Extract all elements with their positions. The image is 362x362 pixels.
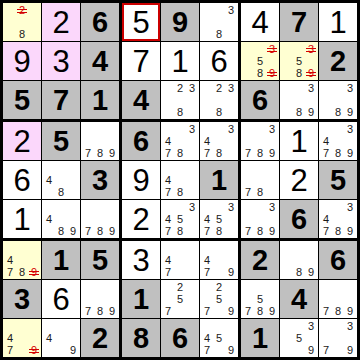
- cell-r5c2[interactable]: 48: [42, 161, 80, 199]
- solved-digit: 2: [132, 204, 149, 235]
- candidate: 4: [162, 174, 174, 186]
- given-digit: 2: [252, 246, 268, 275]
- candidate: 5: [293, 55, 305, 67]
- cell-r1c2[interactable]: 2: [42, 3, 80, 41]
- candidate: 7: [201, 305, 213, 317]
- cell-r9c2[interactable]: 49: [42, 319, 80, 357]
- candidate: 9: [305, 344, 317, 356]
- candidate: 9: [344, 147, 356, 159]
- cell-r4c1[interactable]: 2: [3, 122, 41, 160]
- candidate: 9: [344, 225, 356, 237]
- pencil-marks: 5789: [242, 281, 278, 317]
- candidate: 7: [242, 147, 254, 159]
- pencil-marks: 48: [43, 162, 79, 198]
- candidate: 9: [225, 344, 237, 356]
- pencil-marks: 479: [4, 320, 40, 356]
- eliminated-candidate: 3: [266, 43, 278, 55]
- cell-r8c6[interactable]: 2579: [200, 280, 238, 318]
- candidate: 7: [320, 344, 332, 356]
- solved-digit: 1: [171, 46, 188, 77]
- pencil-marks: 2579: [201, 281, 237, 317]
- cell-r5c5[interactable]: 478: [161, 161, 199, 199]
- candidate: 8: [94, 225, 106, 237]
- candidate: 5: [254, 293, 266, 305]
- candidate: 8: [94, 147, 106, 159]
- cell-r7c1[interactable]: 4789: [3, 241, 41, 279]
- given-digit: 8: [133, 324, 149, 353]
- cell-r6c7[interactable]: 3789: [241, 200, 279, 238]
- candidate: 4: [162, 254, 174, 266]
- candidate: 3: [344, 201, 356, 213]
- candidate: 7: [162, 225, 174, 237]
- candidate: 4: [43, 174, 55, 186]
- sudoku-box-7: 47891536789479492: [3, 241, 119, 357]
- candidate: 9: [266, 147, 278, 159]
- given-digit: 6: [133, 127, 149, 156]
- cell-r3c6[interactable]: 238: [200, 81, 238, 119]
- cell-r7c7[interactable]: 2: [241, 241, 279, 279]
- cell-r3c3[interactable]: 1: [81, 81, 119, 119]
- candidate: 3: [225, 4, 237, 16]
- pencil-marks: 789: [82, 123, 118, 159]
- cell-r3c7[interactable]: 6: [241, 81, 279, 119]
- pencil-marks: 34789: [320, 201, 356, 237]
- cell-r6c5[interactable]: 34578: [161, 200, 199, 238]
- candidate: 8: [174, 106, 186, 118]
- candidate: 7: [4, 344, 16, 356]
- cell-r9c4[interactable]: 8: [122, 319, 160, 357]
- cell-r1c6[interactable]: 38: [200, 3, 238, 41]
- pencil-marks: 389: [320, 82, 356, 118]
- candidate: 8: [254, 67, 266, 79]
- candidate: 9: [305, 106, 317, 118]
- pencil-marks: 3789: [242, 201, 278, 237]
- candidate: 9: [106, 305, 118, 317]
- solved-digit: 1: [329, 7, 346, 38]
- candidate: 8: [332, 305, 344, 317]
- cell-r7c9[interactable]: 6: [319, 241, 357, 279]
- sudoku-box-4: 2578964831489789: [3, 122, 119, 238]
- candidate: 4: [201, 332, 213, 344]
- candidate: 8: [332, 147, 344, 159]
- candidate: 5: [174, 213, 186, 225]
- eliminated-candidate: 9: [28, 266, 40, 278]
- cell-r7c2[interactable]: 1: [42, 241, 80, 279]
- candidate: 3: [186, 82, 198, 94]
- cell-r5c7[interactable]: 78: [241, 161, 279, 199]
- candidate: 3: [305, 320, 317, 332]
- candidate: 3: [225, 123, 237, 135]
- candidate: 7: [320, 225, 332, 237]
- candidate: 7: [162, 266, 174, 278]
- sudoku-board: 2826934571593871642382384713589358926389…: [0, 0, 360, 360]
- given-digit: 6: [330, 246, 346, 275]
- cell-r1c5[interactable]: 9: [161, 3, 199, 41]
- candidate: 9: [305, 266, 317, 278]
- cell-r3c8[interactable]: 389: [280, 81, 318, 119]
- sudoku-box-9: 2896578947891359379: [241, 241, 357, 357]
- cell-r2c7[interactable]: 3589: [241, 42, 279, 80]
- candidate: 4: [320, 135, 332, 147]
- candidate: 7: [242, 225, 254, 237]
- cell-r8c2[interactable]: 6: [42, 280, 80, 318]
- candidate: 9: [225, 305, 237, 317]
- cell-r9c8[interactable]: 359: [280, 319, 318, 357]
- pencil-marks: 389: [281, 82, 317, 118]
- given-digit: 1: [252, 324, 268, 353]
- candidate: 7: [82, 225, 94, 237]
- sudoku-box-6: 378913478978253789634789: [241, 122, 357, 238]
- cell-r2c9[interactable]: 2: [319, 42, 357, 80]
- given-digit: 5: [53, 127, 69, 156]
- solved-digit: 9: [13, 46, 30, 77]
- cell-r8c7[interactable]: 5789: [241, 280, 279, 318]
- given-digit: 5: [14, 86, 30, 115]
- cell-r2c6[interactable]: 6: [200, 42, 238, 80]
- pencil-marks: 379: [320, 320, 356, 356]
- candidate: 9: [106, 147, 118, 159]
- candidate: 7: [162, 305, 174, 317]
- candidate: 3: [225, 82, 237, 94]
- cell-r1c1[interactable]: 28: [3, 3, 41, 41]
- cell-r3c1[interactable]: 5: [3, 81, 41, 119]
- candidate: 4: [4, 332, 16, 344]
- pencil-marks: 3478: [201, 123, 237, 159]
- pencil-marks: 34789: [320, 123, 356, 159]
- pencil-marks: 238: [201, 82, 237, 118]
- solved-digit: 9: [132, 165, 149, 196]
- cell-r9c3[interactable]: 2: [81, 319, 119, 357]
- candidate: 7: [242, 186, 254, 198]
- candidate: 4: [320, 213, 332, 225]
- candidate: 7: [320, 305, 332, 317]
- candidate: 2: [213, 82, 225, 94]
- eliminated-candidate: 9: [28, 344, 40, 356]
- given-digit: 6: [252, 86, 268, 115]
- cell-r2c3[interactable]: 4: [81, 42, 119, 80]
- pencil-marks: 89: [281, 242, 317, 278]
- candidate: 7: [82, 305, 94, 317]
- given-digit: 6: [172, 324, 188, 353]
- solved-digit: 6: [13, 165, 30, 196]
- given-digit: 1: [53, 246, 69, 275]
- cell-r5c6[interactable]: 1: [200, 161, 238, 199]
- cell-r4c7[interactable]: 3789: [241, 122, 279, 160]
- candidate: 3: [305, 82, 317, 94]
- cell-r4c8[interactable]: 1: [280, 122, 318, 160]
- pencil-marks: 34578: [201, 201, 237, 237]
- candidate: 8: [16, 266, 28, 278]
- given-digit: 9: [172, 8, 188, 37]
- cell-r4c2[interactable]: 5: [42, 122, 80, 160]
- cell-r7c4[interactable]: 3: [122, 241, 160, 279]
- candidate: 8: [332, 225, 344, 237]
- cell-r1c9[interactable]: 1: [319, 3, 357, 41]
- sudoku-box-2: 59387164238238: [122, 3, 238, 119]
- cell-r2c1[interactable]: 9: [3, 42, 41, 80]
- candidate: 4: [43, 332, 55, 344]
- pencil-marks: 489: [43, 201, 79, 237]
- candidate: 8: [213, 106, 225, 118]
- solved-digit: 2: [290, 165, 307, 196]
- pencil-marks: 3789: [242, 123, 278, 159]
- given-digit: 2: [330, 47, 346, 76]
- pencil-marks: 789: [82, 201, 118, 237]
- given-digit: 5: [92, 246, 108, 275]
- eliminated-candidate: 9: [305, 67, 317, 79]
- pencil-marks: 38: [201, 4, 237, 40]
- candidate: 8: [213, 147, 225, 159]
- cell-r8c4[interactable]: 1: [122, 280, 160, 318]
- pencil-marks: 4789: [4, 242, 40, 278]
- candidate: 3: [225, 201, 237, 213]
- cell-r2c2[interactable]: 3: [42, 42, 80, 80]
- cell-r4c3[interactable]: 789: [81, 122, 119, 160]
- solved-digit: 1: [290, 126, 307, 157]
- candidate: 3: [344, 82, 356, 94]
- cell-r9c7[interactable]: 1: [241, 319, 279, 357]
- candidate: 7: [82, 147, 94, 159]
- cell-r3c9[interactable]: 389: [319, 81, 357, 119]
- sudoku-box-1: 2826934571: [3, 3, 119, 119]
- given-digit: 5: [330, 166, 346, 195]
- given-digit: 7: [53, 86, 69, 115]
- candidate: 2: [174, 82, 186, 94]
- cell-r3c2[interactable]: 7: [42, 81, 80, 119]
- candidate: 9: [344, 305, 356, 317]
- pencil-marks: 359: [281, 320, 317, 356]
- pencil-marks: 78: [242, 162, 278, 198]
- given-digit: 4: [291, 285, 307, 314]
- candidate: 7: [201, 344, 213, 356]
- candidate: 5: [293, 332, 305, 344]
- candidate: 5: [174, 293, 186, 305]
- candidate: 5: [254, 55, 266, 67]
- candidate: 8: [254, 225, 266, 237]
- pencil-marks: 28: [4, 4, 40, 40]
- given-digit: 1: [211, 166, 227, 195]
- candidate: 7: [320, 147, 332, 159]
- cell-r7c3[interactable]: 5: [81, 241, 119, 279]
- pencil-marks: 789: [82, 281, 118, 317]
- candidate: 5: [213, 332, 225, 344]
- cell-r7c5[interactable]: 47: [161, 241, 199, 279]
- cell-r6c4[interactable]: 2: [122, 200, 160, 238]
- solved-digit: 6: [52, 284, 69, 315]
- solved-digit: 6: [210, 46, 227, 77]
- candidate: 9: [106, 225, 118, 237]
- cell-r4c5[interactable]: 3478: [161, 122, 199, 160]
- pencil-marks: 34578: [162, 201, 198, 237]
- candidate: 8: [55, 225, 67, 237]
- candidate: 3: [344, 320, 356, 332]
- pencil-marks: 3589: [242, 43, 278, 79]
- cell-r5c4[interactable]: 9: [122, 161, 160, 199]
- candidate: 8: [55, 186, 67, 198]
- candidate: 8: [293, 67, 305, 79]
- candidate: 7: [162, 147, 174, 159]
- cell-r3c4[interactable]: 4: [122, 81, 160, 119]
- eliminated-candidate: 2: [16, 4, 28, 16]
- solved-digit: 1: [13, 204, 30, 235]
- candidate: 5: [213, 213, 225, 225]
- candidate: 3: [186, 201, 198, 213]
- cell-r4c6[interactable]: 3478: [200, 122, 238, 160]
- cell-r3c5[interactable]: 238: [161, 81, 199, 119]
- candidate: 9: [266, 225, 278, 237]
- cell-r1c3[interactable]: 6: [81, 3, 119, 41]
- solved-digit: 7: [132, 46, 149, 77]
- pencil-marks: 789: [320, 281, 356, 317]
- cell-r7c6[interactable]: 479: [200, 241, 238, 279]
- candidate: 8: [174, 225, 186, 237]
- candidate: 5: [213, 293, 225, 305]
- candidate: 7: [162, 186, 174, 198]
- candidate: 9: [344, 344, 356, 356]
- cell-r1c7[interactable]: 4: [241, 3, 279, 41]
- cell-r9c6[interactable]: 4579: [200, 319, 238, 357]
- candidate: 7: [242, 305, 254, 317]
- cell-r7c8[interactable]: 89: [280, 241, 318, 279]
- candidate: 3: [186, 123, 198, 135]
- pencil-marks: 47: [162, 242, 198, 278]
- candidate: 8: [94, 305, 106, 317]
- candidate: 7: [201, 266, 213, 278]
- eliminated-candidate: 3: [305, 43, 317, 55]
- candidate: 8: [213, 225, 225, 237]
- candidate: 8: [293, 106, 305, 118]
- cell-r5c8[interactable]: 2: [280, 161, 318, 199]
- candidate: 8: [213, 28, 225, 40]
- candidate: 3: [266, 201, 278, 213]
- given-digit: 3: [14, 285, 30, 314]
- cell-r6c1[interactable]: 1: [3, 200, 41, 238]
- candidate: 9: [67, 344, 79, 356]
- candidate: 4: [4, 254, 16, 266]
- given-digit: 1: [133, 285, 149, 314]
- pencil-marks: 3478: [162, 123, 198, 159]
- sudoku-box-3: 4713589358926389389: [241, 3, 357, 119]
- candidate: 9: [225, 266, 237, 278]
- cell-r6c8[interactable]: 6: [280, 200, 318, 238]
- candidate: 8: [174, 186, 186, 198]
- cell-r5c9[interactable]: 5: [319, 161, 357, 199]
- cell-r8c5[interactable]: 257: [161, 280, 199, 318]
- candidate: 9: [266, 305, 278, 317]
- cell-r4c9[interactable]: 34789: [319, 122, 357, 160]
- cell-r9c9[interactable]: 379: [319, 319, 357, 357]
- given-digit: 4: [92, 47, 108, 76]
- candidate: 3: [266, 123, 278, 135]
- sudoku-box-8: 34747912572579864579: [122, 241, 238, 357]
- cell-r5c1[interactable]: 6: [3, 161, 41, 199]
- candidate: 4: [201, 254, 213, 266]
- candidate: 8: [293, 266, 305, 278]
- candidate: 8: [254, 305, 266, 317]
- given-digit: 7: [291, 8, 307, 37]
- cell-r6c6[interactable]: 34578: [200, 200, 238, 238]
- cell-r2c5[interactable]: 1: [161, 42, 199, 80]
- pencil-marks: 49: [43, 320, 79, 356]
- pencil-marks: 238: [162, 82, 198, 118]
- candidate: 2: [213, 281, 225, 293]
- sudoku-box-5: 6347834789478123457834578: [122, 122, 238, 238]
- cell-r8c3[interactable]: 789: [81, 280, 119, 318]
- cell-r2c4[interactable]: 7: [122, 42, 160, 80]
- solved-digit: 3: [52, 46, 69, 77]
- candidate: 7: [4, 266, 16, 278]
- pencil-marks: 479: [201, 242, 237, 278]
- cell-r6c9[interactable]: 34789: [319, 200, 357, 238]
- solved-digit: 3: [132, 245, 149, 276]
- eliminated-candidate: 9: [266, 67, 278, 79]
- cell-r6c2[interactable]: 489: [42, 200, 80, 238]
- solved-digit: 4: [251, 7, 268, 38]
- candidate: 8: [254, 186, 266, 198]
- solved-digit: 5: [132, 7, 149, 38]
- pencil-marks: 4579: [201, 320, 237, 356]
- candidate: 4: [201, 213, 213, 225]
- candidate: 7: [201, 147, 213, 159]
- cell-r9c1[interactable]: 479: [3, 319, 41, 357]
- given-digit: 3: [92, 166, 108, 195]
- cell-r5c3[interactable]: 3: [81, 161, 119, 199]
- candidate: 4: [162, 135, 174, 147]
- candidate: 4: [43, 213, 55, 225]
- given-digit: 2: [92, 324, 108, 353]
- given-digit: 6: [291, 205, 307, 234]
- candidate: 4: [162, 213, 174, 225]
- pencil-marks: 3589: [281, 43, 317, 79]
- candidate: 9: [344, 106, 356, 118]
- cell-r8c8[interactable]: 4: [280, 280, 318, 318]
- solved-digit: 2: [13, 126, 30, 157]
- given-digit: 1: [92, 86, 108, 115]
- given-digit: 6: [92, 8, 108, 37]
- cell-r6c3[interactable]: 789: [81, 200, 119, 238]
- candidate: 8: [174, 147, 186, 159]
- cell-r8c1[interactable]: 3: [3, 280, 41, 318]
- candidate: 7: [201, 225, 213, 237]
- candidate: 8: [16, 28, 28, 40]
- cell-r9c5[interactable]: 6: [161, 319, 199, 357]
- candidate: 2: [174, 281, 186, 293]
- candidate: 8: [332, 106, 344, 118]
- solved-digit: 2: [52, 7, 69, 38]
- given-digit: 4: [133, 86, 149, 115]
- candidate: 8: [254, 147, 266, 159]
- cell-r1c8[interactable]: 7: [280, 3, 318, 41]
- candidate: 4: [201, 135, 213, 147]
- cell-r1c4-selected[interactable]: 5: [122, 3, 160, 41]
- pencil-marks: 257: [162, 281, 198, 317]
- cell-r8c9[interactable]: 789: [319, 280, 357, 318]
- cell-r2c8[interactable]: 3589: [280, 42, 318, 80]
- cell-r4c4[interactable]: 6: [122, 122, 160, 160]
- candidate: 3: [344, 123, 356, 135]
- pencil-marks: 478: [162, 162, 198, 198]
- candidate: 9: [67, 225, 79, 237]
